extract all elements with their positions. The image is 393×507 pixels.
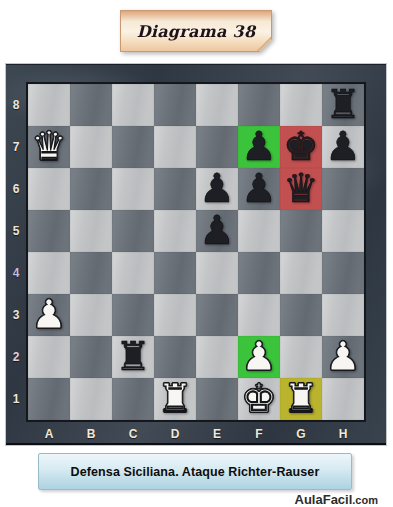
- square-g4: [280, 252, 322, 294]
- square-d4: [154, 252, 196, 294]
- piece-black-queen: ♛: [283, 168, 319, 208]
- square-h3: [322, 294, 364, 336]
- square-e4: [196, 252, 238, 294]
- square-f8: [238, 84, 280, 126]
- square-a5: [28, 210, 70, 252]
- rank-label-7: 7: [6, 126, 26, 168]
- square-d3: [154, 294, 196, 336]
- file-label-e: E: [196, 422, 238, 446]
- square-b7: [70, 126, 112, 168]
- square-f7: ♟: [238, 126, 280, 168]
- square-f5: [238, 210, 280, 252]
- rank-label-4: 4: [6, 252, 26, 294]
- page: Diagrama 38 ♜♛♟♚♟♟♟♛♟♟♜♟♟♜♚♜ 87654321 AB…: [0, 0, 393, 507]
- square-a3: ♟: [28, 294, 70, 336]
- piece-black-rook: ♜: [325, 84, 361, 124]
- diagram-title: Diagrama 38: [137, 22, 256, 41]
- piece-white-pawn: ♟: [241, 336, 277, 376]
- square-h6: [322, 168, 364, 210]
- piece-black-pawn: ♟: [241, 168, 277, 208]
- square-c3: [112, 294, 154, 336]
- square-c8: [112, 84, 154, 126]
- chess-board: ♜♛♟♚♟♟♟♛♟♟♜♟♟♜♚♜ 87654321 ABCDEFGH: [5, 63, 387, 446]
- board-grid: ♜♛♟♚♟♟♟♛♟♟♜♟♟♜♚♜: [26, 82, 366, 422]
- piece-white-pawn: ♟: [31, 294, 67, 334]
- square-h4: [322, 252, 364, 294]
- file-label-c: C: [112, 422, 154, 446]
- title-banner: Diagrama 38: [120, 10, 272, 52]
- piece-white-rook: ♜: [283, 378, 319, 418]
- rank-label-2: 2: [6, 336, 26, 378]
- brand-name: AulaFacil: [295, 492, 353, 507]
- square-b5: [70, 210, 112, 252]
- square-e2: [196, 336, 238, 378]
- square-a8: [28, 84, 70, 126]
- piece-black-pawn: ♟: [241, 126, 277, 166]
- rank-label-1: 1: [6, 378, 26, 420]
- square-f2: ♟: [238, 336, 280, 378]
- square-b1: [70, 378, 112, 420]
- piece-white-pawn: ♟: [325, 336, 361, 376]
- piece-white-queen: ♛: [31, 126, 67, 166]
- caption-box: Defensa Siciliana. Ataque Richter-Rauser: [38, 453, 352, 490]
- piece-black-pawn: ♟: [325, 126, 361, 166]
- square-e3: [196, 294, 238, 336]
- square-d2: [154, 336, 196, 378]
- square-a4: [28, 252, 70, 294]
- square-f3: [238, 294, 280, 336]
- square-c5: [112, 210, 154, 252]
- file-label-a: A: [28, 422, 70, 446]
- square-f1: ♚: [238, 378, 280, 420]
- square-h8: ♜: [322, 84, 364, 126]
- file-labels: ABCDEFGH: [26, 422, 366, 446]
- square-e1: [196, 378, 238, 420]
- rank-label-5: 5: [6, 210, 26, 252]
- title-banner-paper: Diagrama 38: [120, 10, 272, 52]
- square-g2: [280, 336, 322, 378]
- square-d7: [154, 126, 196, 168]
- square-b2: [70, 336, 112, 378]
- file-label-d: D: [154, 422, 196, 446]
- piece-black-rook: ♜: [115, 336, 151, 376]
- square-e8: [196, 84, 238, 126]
- piece-black-pawn: ♟: [199, 210, 235, 250]
- square-g5: [280, 210, 322, 252]
- square-a6: [28, 168, 70, 210]
- rank-label-3: 3: [6, 294, 26, 336]
- piece-black-king: ♚: [283, 126, 319, 166]
- square-g7: ♚: [280, 126, 322, 168]
- square-d8: [154, 84, 196, 126]
- file-label-h: H: [322, 422, 364, 446]
- square-f4: [238, 252, 280, 294]
- caption-text: Defensa Siciliana. Ataque Richter-Rauser: [71, 465, 320, 479]
- square-b8: [70, 84, 112, 126]
- rank-label-6: 6: [6, 168, 26, 210]
- square-g8: [280, 84, 322, 126]
- square-e5: ♟: [196, 210, 238, 252]
- square-e6: ♟: [196, 168, 238, 210]
- square-c7: [112, 126, 154, 168]
- square-g3: [280, 294, 322, 336]
- square-f6: ♟: [238, 168, 280, 210]
- file-label-f: F: [238, 422, 280, 446]
- square-h2: ♟: [322, 336, 364, 378]
- square-b6: [70, 168, 112, 210]
- square-g6: ♛: [280, 168, 322, 210]
- rank-label-8: 8: [6, 84, 26, 126]
- square-c1: [112, 378, 154, 420]
- square-c6: [112, 168, 154, 210]
- square-a2: [28, 336, 70, 378]
- square-e7: [196, 126, 238, 168]
- brand-suffix: .com: [352, 494, 378, 506]
- piece-white-king: ♚: [241, 378, 277, 418]
- square-d5: [154, 210, 196, 252]
- square-h7: ♟: [322, 126, 364, 168]
- square-d6: [154, 168, 196, 210]
- file-label-g: G: [280, 422, 322, 446]
- piece-white-rook: ♜: [157, 378, 193, 418]
- square-c4: [112, 252, 154, 294]
- square-c2: ♜: [112, 336, 154, 378]
- file-label-b: B: [70, 422, 112, 446]
- square-d1: ♜: [154, 378, 196, 420]
- square-b3: [70, 294, 112, 336]
- square-h1: [322, 378, 364, 420]
- square-g1: ♜: [280, 378, 322, 420]
- square-a7: ♛: [28, 126, 70, 168]
- square-a1: [28, 378, 70, 420]
- square-b4: [70, 252, 112, 294]
- brand-watermark: AulaFacil.com: [295, 490, 378, 507]
- piece-black-pawn: ♟: [199, 168, 235, 208]
- square-h5: [322, 210, 364, 252]
